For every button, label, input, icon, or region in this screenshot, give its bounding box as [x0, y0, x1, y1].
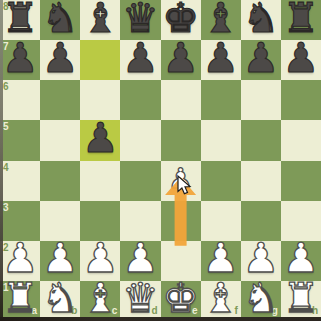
square-g4[interactable] — [241, 161, 281, 201]
square-g6[interactable] — [241, 80, 281, 120]
piece-white-bishop-f1[interactable]: ♝ — [201, 279, 241, 319]
piece-black-queen-d8[interactable]: ♛ — [120, 0, 160, 38]
piece-white-pawn-a2[interactable]: ♟ — [0, 239, 40, 279]
square-b4[interactable] — [40, 161, 80, 201]
coord-rank-3: 3 — [3, 203, 9, 213]
piece-black-pawn-d7[interactable]: ♟ — [120, 38, 160, 78]
piece-black-rook-a8[interactable]: ♜ — [0, 0, 40, 38]
square-e3[interactable] — [161, 201, 201, 241]
square-d4[interactable] — [120, 161, 160, 201]
piece-white-knight-b1[interactable]: ♞ — [40, 279, 80, 319]
piece-black-pawn-c5[interactable]: ♟ — [80, 118, 120, 158]
piece-white-pawn-d2[interactable]: ♟ — [120, 239, 160, 279]
piece-white-bishop-c1[interactable]: ♝ — [80, 279, 120, 319]
square-d5[interactable] — [120, 120, 160, 160]
piece-white-pawn-h2[interactable]: ♟ — [281, 239, 321, 279]
square-h4[interactable] — [281, 161, 321, 201]
square-c4[interactable] — [80, 161, 120, 201]
piece-black-bishop-f8[interactable]: ♝ — [201, 0, 241, 38]
square-f4[interactable] — [201, 161, 241, 201]
piece-white-queen-d1[interactable]: ♛ — [120, 279, 160, 319]
square-e6[interactable] — [161, 80, 201, 120]
piece-black-knight-b8[interactable]: ♞ — [40, 0, 80, 38]
piece-black-pawn-e7[interactable]: ♟ — [161, 38, 201, 78]
square-h6[interactable] — [281, 80, 321, 120]
piece-black-bishop-c8[interactable]: ♝ — [80, 0, 120, 38]
square-a5[interactable]: 5 — [0, 120, 40, 160]
piece-black-pawn-h7[interactable]: ♟ — [281, 38, 321, 78]
piece-black-pawn-a7[interactable]: ♟ — [0, 38, 40, 78]
piece-black-pawn-g7[interactable]: ♟ — [241, 38, 281, 78]
square-f6[interactable] — [201, 80, 241, 120]
chess-board: 87654321abcdefgh ♜♞♝♛♚♝♞♜♟♟♟♟♟♟♟♟♟♟♟♟♟♟♟… — [0, 0, 321, 321]
square-c7[interactable] — [80, 40, 120, 80]
piece-black-king-e8[interactable]: ♚ — [161, 0, 201, 38]
piece-white-pawn-g2[interactable]: ♟ — [241, 239, 281, 279]
square-b5[interactable] — [40, 120, 80, 160]
coord-rank-5: 5 — [3, 122, 9, 132]
piece-white-pawn-f2[interactable]: ♟ — [201, 239, 241, 279]
square-h5[interactable] — [281, 120, 321, 160]
piece-black-knight-g8[interactable]: ♞ — [241, 0, 281, 38]
square-a6[interactable]: 6 — [0, 80, 40, 120]
square-g5[interactable] — [241, 120, 281, 160]
square-b6[interactable] — [40, 80, 80, 120]
square-e5[interactable] — [161, 120, 201, 160]
square-d6[interactable] — [120, 80, 160, 120]
square-f5[interactable] — [201, 120, 241, 160]
piece-white-rook-a1[interactable]: ♜ — [0, 279, 40, 319]
piece-white-king-e1[interactable]: ♚ — [161, 279, 201, 319]
piece-black-pawn-b7[interactable]: ♟ — [40, 38, 80, 78]
coord-rank-4: 4 — [3, 163, 9, 173]
piece-black-pawn-f7[interactable]: ♟ — [201, 38, 241, 78]
piece-white-pawn-b2[interactable]: ♟ — [40, 239, 80, 279]
piece-white-rook-h1[interactable]: ♜ — [281, 279, 321, 319]
square-a4[interactable]: 4 — [0, 161, 40, 201]
piece-white-pawn-c2[interactable]: ♟ — [80, 239, 120, 279]
piece-white-knight-g1[interactable]: ♞ — [241, 279, 281, 319]
piece-black-rook-h8[interactable]: ♜ — [281, 0, 321, 38]
coord-rank-6: 6 — [3, 82, 9, 92]
piece-white-pawn-e4[interactable]: ♟ — [161, 159, 201, 199]
